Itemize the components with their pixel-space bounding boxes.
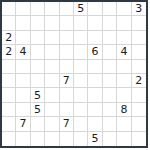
cell-r2c9[interactable] (117, 16, 131, 30)
cell-r3c4[interactable] (45, 31, 59, 45)
cell-r9c5: 7 (60, 117, 74, 131)
cell-r1c6: 5 (74, 2, 88, 16)
cell-r10c4[interactable] (45, 132, 59, 146)
cell-r7c8[interactable] (103, 88, 117, 102)
cell-r2c1[interactable] (2, 16, 16, 30)
cell-r1c5[interactable] (60, 2, 74, 16)
cell-r2c4[interactable] (45, 16, 59, 30)
cell-r10c3[interactable] (31, 132, 45, 146)
cell-r8c6[interactable] (74, 103, 88, 117)
cell-r4c3[interactable] (31, 45, 45, 59)
cell-r10c10[interactable] (132, 132, 146, 146)
cell-r1c4[interactable] (45, 2, 59, 16)
cell-r9c10[interactable] (132, 117, 146, 131)
cell-r9c1[interactable] (2, 117, 16, 131)
cell-r8c1[interactable] (2, 103, 16, 117)
cell-r1c9[interactable] (117, 2, 131, 16)
cell-r5c8[interactable] (103, 60, 117, 74)
cell-r10c9[interactable] (117, 132, 131, 146)
puzzle-board: 532246472558775 (0, 0, 148, 148)
cell-r10c1[interactable] (2, 132, 16, 146)
cell-r10c8[interactable] (103, 132, 117, 146)
cell-r4c8[interactable] (103, 45, 117, 59)
cell-r8c3: 5 (31, 103, 45, 117)
cell-r9c9[interactable] (117, 117, 131, 131)
cell-r8c10[interactable] (132, 103, 146, 117)
cell-r8c8[interactable] (103, 103, 117, 117)
cell-r6c8[interactable] (103, 74, 117, 88)
cell-r1c1[interactable] (2, 2, 16, 16)
cell-r7c1[interactable] (2, 88, 16, 102)
cell-r2c8[interactable] (103, 16, 117, 30)
cell-r4c2: 4 (16, 45, 30, 59)
cell-r6c1[interactable] (2, 74, 16, 88)
cell-r9c2: 7 (16, 117, 30, 131)
cell-r4c10[interactable] (132, 45, 146, 59)
cell-r2c2[interactable] (16, 16, 30, 30)
cell-r2c3[interactable] (31, 16, 45, 30)
cell-r10c2[interactable] (16, 132, 30, 146)
cell-r4c5[interactable] (60, 45, 74, 59)
cell-r7c6[interactable] (74, 88, 88, 102)
cell-r1c2[interactable] (16, 2, 30, 16)
cell-r6c6[interactable] (74, 74, 88, 88)
cell-r4c1: 2 (2, 45, 16, 59)
cell-r5c10[interactable] (132, 60, 146, 74)
cell-r3c5[interactable] (60, 31, 74, 45)
cell-r3c8[interactable] (103, 31, 117, 45)
cell-r5c3[interactable] (31, 60, 45, 74)
cell-r8c7[interactable] (88, 103, 102, 117)
cell-r7c10[interactable] (132, 88, 146, 102)
cell-r8c5[interactable] (60, 103, 74, 117)
cell-r6c5: 7 (60, 74, 74, 88)
cell-r5c5[interactable] (60, 60, 74, 74)
cell-r6c2[interactable] (16, 74, 30, 88)
cell-r6c10: 2 (132, 74, 146, 88)
cell-r3c10[interactable] (132, 31, 146, 45)
cell-r7c3: 5 (31, 88, 45, 102)
cell-r2c7[interactable] (88, 16, 102, 30)
cell-r4c6[interactable] (74, 45, 88, 59)
cell-r1c8[interactable] (103, 2, 117, 16)
cell-r7c2[interactable] (16, 88, 30, 102)
cell-r9c4[interactable] (45, 117, 59, 131)
cell-r7c7[interactable] (88, 88, 102, 102)
cell-r2c6[interactable] (74, 16, 88, 30)
cell-r9c8[interactable] (103, 117, 117, 131)
cell-r4c9: 4 (117, 45, 131, 59)
cell-r8c4[interactable] (45, 103, 59, 117)
cell-r10c7: 5 (88, 132, 102, 146)
cell-r3c1: 2 (2, 31, 16, 45)
cell-r7c5[interactable] (60, 88, 74, 102)
cell-r3c2[interactable] (16, 31, 30, 45)
cell-r1c3[interactable] (31, 2, 45, 16)
cell-r9c3[interactable] (31, 117, 45, 131)
cell-r4c7: 6 (88, 45, 102, 59)
cell-r5c1[interactable] (2, 60, 16, 74)
cell-r3c7[interactable] (88, 31, 102, 45)
cell-r1c7[interactable] (88, 2, 102, 16)
cell-r6c3[interactable] (31, 74, 45, 88)
cell-r5c7[interactable] (88, 60, 102, 74)
cell-r6c4[interactable] (45, 74, 59, 88)
cell-r2c10[interactable] (132, 16, 146, 30)
cell-r3c3[interactable] (31, 31, 45, 45)
cell-r1c10: 3 (132, 2, 146, 16)
cell-r7c9[interactable] (117, 88, 131, 102)
cell-r5c2[interactable] (16, 60, 30, 74)
cell-r5c4[interactable] (45, 60, 59, 74)
cell-r10c5[interactable] (60, 132, 74, 146)
cell-r8c2[interactable] (16, 103, 30, 117)
cell-r9c7[interactable] (88, 117, 102, 131)
cell-r4c4[interactable] (45, 45, 59, 59)
cell-r8c9: 8 (117, 103, 131, 117)
cell-r3c9[interactable] (117, 31, 131, 45)
cell-r3c6[interactable] (74, 31, 88, 45)
cell-r5c6[interactable] (74, 60, 88, 74)
cell-r10c6[interactable] (74, 132, 88, 146)
cell-r5c9[interactable] (117, 60, 131, 74)
cell-r7c4[interactable] (45, 88, 59, 102)
cell-r6c7[interactable] (88, 74, 102, 88)
cell-r6c9[interactable] (117, 74, 131, 88)
cell-r2c5[interactable] (60, 16, 74, 30)
cell-r9c6[interactable] (74, 117, 88, 131)
